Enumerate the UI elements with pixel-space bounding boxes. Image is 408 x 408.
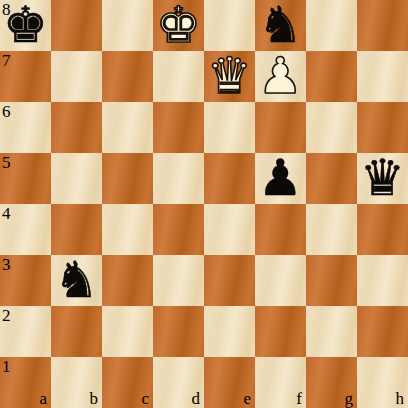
square-h2[interactable] [357,306,408,357]
square-a2[interactable]: 2 [0,306,51,357]
square-b3[interactable]: ♞ [51,255,102,306]
square-b5[interactable] [51,153,102,204]
square-g1[interactable]: g [306,357,357,408]
square-b1[interactable]: b [51,357,102,408]
square-c1[interactable]: c [102,357,153,408]
square-e6[interactable] [204,102,255,153]
square-e4[interactable] [204,204,255,255]
square-a8[interactable]: 8♚ [0,0,51,51]
square-f1[interactable]: f [255,357,306,408]
square-h1[interactable]: h [357,357,408,408]
square-g7[interactable] [306,51,357,102]
square-a4[interactable]: 4 [0,204,51,255]
square-f5[interactable]: ♟ [255,153,306,204]
black-knight[interactable]: ♞ [54,255,99,306]
square-f4[interactable] [255,204,306,255]
square-h6[interactable] [357,102,408,153]
square-h5[interactable]: ♛ [357,153,408,204]
rank-label-4: 4 [2,205,11,222]
square-c5[interactable] [102,153,153,204]
square-b8[interactable] [51,0,102,51]
square-a5[interactable]: 5 [0,153,51,204]
black-queen[interactable]: ♛ [360,153,405,204]
black-knight[interactable]: ♞ [258,0,303,51]
square-e8[interactable] [204,0,255,51]
square-a7[interactable]: 7 [0,51,51,102]
file-label-a: a [39,390,47,407]
rank-label-6: 6 [2,103,11,120]
square-g2[interactable] [306,306,357,357]
file-label-b: b [90,390,99,407]
square-b4[interactable] [51,204,102,255]
file-label-d: d [192,390,201,407]
square-a6[interactable]: 6 [0,102,51,153]
square-b2[interactable] [51,306,102,357]
square-c2[interactable] [102,306,153,357]
square-d1[interactable]: d [153,357,204,408]
square-e5[interactable] [204,153,255,204]
square-c8[interactable] [102,0,153,51]
file-label-h: h [396,390,405,407]
square-f6[interactable] [255,102,306,153]
rank-label-1: 1 [2,358,11,375]
square-h8[interactable] [357,0,408,51]
square-g6[interactable] [306,102,357,153]
square-a1[interactable]: 1a [0,357,51,408]
square-e3[interactable] [204,255,255,306]
square-g4[interactable] [306,204,357,255]
square-f7[interactable]: ♟ [255,51,306,102]
square-c3[interactable] [102,255,153,306]
chess-board: 8♚♚♞7♛♟65♟♛43♞21abcdefgh [0,0,408,408]
square-f2[interactable] [255,306,306,357]
square-c7[interactable] [102,51,153,102]
square-d4[interactable] [153,204,204,255]
square-h4[interactable] [357,204,408,255]
rank-label-3: 3 [2,256,11,273]
square-f8[interactable]: ♞ [255,0,306,51]
square-d2[interactable] [153,306,204,357]
square-g3[interactable] [306,255,357,306]
square-e7[interactable]: ♛ [204,51,255,102]
white-pawn[interactable]: ♟ [258,51,303,102]
square-g8[interactable] [306,0,357,51]
square-d3[interactable] [153,255,204,306]
square-d8[interactable]: ♚ [153,0,204,51]
rank-label-2: 2 [2,307,11,324]
rank-label-8: 8 [2,1,11,18]
rank-label-5: 5 [2,154,11,171]
white-king[interactable]: ♚ [156,0,201,51]
white-queen[interactable]: ♛ [207,51,252,102]
square-h7[interactable] [357,51,408,102]
square-a3[interactable]: 3 [0,255,51,306]
square-e1[interactable]: e [204,357,255,408]
square-d7[interactable] [153,51,204,102]
black-pawn[interactable]: ♟ [258,153,303,204]
rank-label-7: 7 [2,52,11,69]
square-b6[interactable] [51,102,102,153]
square-d5[interactable] [153,153,204,204]
square-d6[interactable] [153,102,204,153]
file-label-f: f [296,390,302,407]
square-h3[interactable] [357,255,408,306]
square-f3[interactable] [255,255,306,306]
file-label-g: g [345,390,354,407]
square-g5[interactable] [306,153,357,204]
square-e2[interactable] [204,306,255,357]
file-label-c: c [141,390,149,407]
file-label-e: e [243,390,251,407]
square-b7[interactable] [51,51,102,102]
square-c4[interactable] [102,204,153,255]
square-c6[interactable] [102,102,153,153]
